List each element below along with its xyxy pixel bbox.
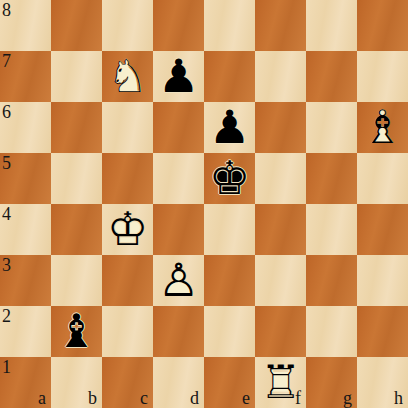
square-f8[interactable] <box>255 0 306 51</box>
square-c7[interactable]: ♞♘ <box>102 51 153 102</box>
square-h2[interactable] <box>357 306 408 357</box>
black-pawn-e6[interactable]: ♟ <box>204 102 255 153</box>
square-d2[interactable] <box>153 306 204 357</box>
square-f7[interactable] <box>255 51 306 102</box>
square-e6[interactable]: ♟ <box>204 102 255 153</box>
square-c2[interactable] <box>102 306 153 357</box>
square-g3[interactable] <box>306 255 357 306</box>
square-h7[interactable] <box>357 51 408 102</box>
black-pawn-d7[interactable]: ♟ <box>153 51 204 102</box>
square-d3[interactable]: ♟♙ <box>153 255 204 306</box>
square-b3[interactable] <box>51 255 102 306</box>
square-g8[interactable] <box>306 0 357 51</box>
square-e1[interactable] <box>204 357 255 408</box>
square-a4[interactable] <box>0 204 51 255</box>
square-c6[interactable] <box>102 102 153 153</box>
square-g1[interactable] <box>306 357 357 408</box>
white-king-c4[interactable]: ♚♔ <box>102 204 153 255</box>
square-f3[interactable] <box>255 255 306 306</box>
square-b5[interactable] <box>51 153 102 204</box>
square-f2[interactable] <box>255 306 306 357</box>
square-g4[interactable] <box>306 204 357 255</box>
square-e8[interactable] <box>204 0 255 51</box>
square-e4[interactable] <box>204 204 255 255</box>
square-a7[interactable] <box>0 51 51 102</box>
square-g7[interactable] <box>306 51 357 102</box>
square-f1[interactable]: ♜♖ <box>255 357 306 408</box>
white-rook-f1[interactable]: ♜♖ <box>255 357 306 408</box>
square-e3[interactable] <box>204 255 255 306</box>
square-a6[interactable] <box>0 102 51 153</box>
square-d7[interactable]: ♟ <box>153 51 204 102</box>
square-h4[interactable] <box>357 204 408 255</box>
square-a5[interactable] <box>0 153 51 204</box>
square-h8[interactable] <box>357 0 408 51</box>
black-pawn-icon: ♟ <box>153 51 204 102</box>
square-d4[interactable] <box>153 204 204 255</box>
square-d6[interactable] <box>153 102 204 153</box>
square-d8[interactable] <box>153 0 204 51</box>
square-a1[interactable] <box>0 357 51 408</box>
square-f5[interactable] <box>255 153 306 204</box>
square-g2[interactable] <box>306 306 357 357</box>
square-e2[interactable] <box>204 306 255 357</box>
square-g6[interactable] <box>306 102 357 153</box>
square-h3[interactable] <box>357 255 408 306</box>
square-d5[interactable] <box>153 153 204 204</box>
square-h6[interactable]: ♝♗ <box>357 102 408 153</box>
white-pawn-outline-icon: ♙ <box>153 255 204 306</box>
square-h1[interactable] <box>357 357 408 408</box>
square-b7[interactable] <box>51 51 102 102</box>
white-king-outline-icon: ♔ <box>102 204 153 255</box>
square-f6[interactable] <box>255 102 306 153</box>
square-b2[interactable]: ♝ <box>51 306 102 357</box>
square-b1[interactable] <box>51 357 102 408</box>
square-b4[interactable] <box>51 204 102 255</box>
square-c5[interactable] <box>102 153 153 204</box>
square-e5[interactable]: ♚ <box>204 153 255 204</box>
white-knight-c7[interactable]: ♞♘ <box>102 51 153 102</box>
white-pawn-d3[interactable]: ♟♙ <box>153 255 204 306</box>
white-bishop-h6[interactable]: ♝♗ <box>357 102 408 153</box>
square-c3[interactable] <box>102 255 153 306</box>
square-a3[interactable] <box>0 255 51 306</box>
square-c1[interactable] <box>102 357 153 408</box>
square-a2[interactable] <box>0 306 51 357</box>
white-knight-outline-icon: ♘ <box>102 51 153 102</box>
black-bishop-b2[interactable]: ♝ <box>51 306 102 357</box>
square-c8[interactable] <box>102 0 153 51</box>
white-rook-outline-icon: ♖ <box>255 357 306 408</box>
square-c4[interactable]: ♚♔ <box>102 204 153 255</box>
square-f4[interactable] <box>255 204 306 255</box>
black-bishop-icon: ♝ <box>51 306 102 357</box>
square-d1[interactable] <box>153 357 204 408</box>
square-a8[interactable] <box>0 0 51 51</box>
black-king-icon: ♚ <box>204 153 255 204</box>
square-h5[interactable] <box>357 153 408 204</box>
black-pawn-icon: ♟ <box>204 102 255 153</box>
square-g5[interactable] <box>306 153 357 204</box>
square-e7[interactable] <box>204 51 255 102</box>
square-b8[interactable] <box>51 0 102 51</box>
white-bishop-outline-icon: ♗ <box>357 102 408 153</box>
square-b6[interactable] <box>51 102 102 153</box>
black-king-e5[interactable]: ♚ <box>204 153 255 204</box>
chess-board: ♞♘♟♟♝♗♚♚♔♟♙♝♜♖87654321abcdefgh <box>0 0 408 408</box>
